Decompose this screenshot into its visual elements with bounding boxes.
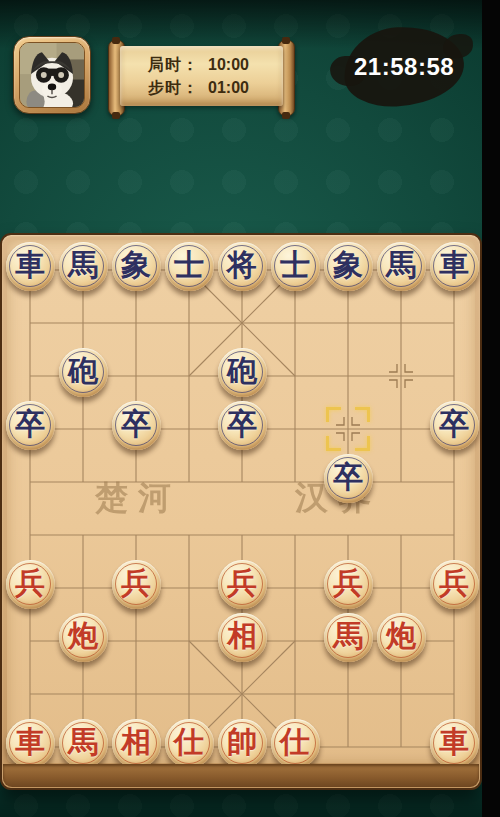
system-clock-text: 21:58:58 (354, 53, 454, 81)
piece-glyph: 兵 (439, 568, 469, 598)
piece-red-soldier[interactable]: 兵 (218, 560, 267, 609)
piece-glyph: 馬 (68, 727, 98, 757)
husky-avatar-image (19, 42, 85, 108)
piece-glyph: 車 (439, 250, 469, 280)
piece-black-horse[interactable]: 馬 (59, 242, 108, 291)
player-avatar[interactable] (13, 36, 91, 114)
piece-black-chariot[interactable]: 車 (430, 242, 479, 291)
piece-red-chariot[interactable]: 車 (6, 719, 55, 768)
piece-red-chariot[interactable]: 車 (430, 719, 479, 768)
piece-glyph: 卒 (439, 409, 469, 439)
piece-black-elephant[interactable]: 象 (324, 242, 373, 291)
piece-red-soldier[interactable]: 兵 (112, 560, 161, 609)
piece-glyph: 兵 (15, 568, 45, 598)
piece-red-advisor[interactable]: 仕 (271, 719, 320, 768)
piece-glyph: 車 (439, 727, 469, 757)
piece-black-horse[interactable]: 馬 (377, 242, 426, 291)
piece-black-soldier[interactable]: 卒 (6, 401, 55, 450)
piece-red-horse[interactable]: 馬 (324, 613, 373, 662)
piece-glyph: 相 (227, 621, 257, 651)
piece-red-elephant[interactable]: 相 (112, 719, 161, 768)
piece-glyph: 砲 (68, 356, 98, 386)
piece-black-advisor[interactable]: 士 (271, 242, 320, 291)
piece-red-soldier[interactable]: 兵 (324, 560, 373, 609)
timer-panel: 局时： 10:00 步时： 01:00 (120, 46, 283, 106)
piece-red-general[interactable]: 帥 (218, 719, 267, 768)
piece-red-horse[interactable]: 馬 (59, 719, 108, 768)
xiangqi-board[interactable]: 楚河 汉界 車馬象士将士象馬車砲砲卒卒卒卒卒兵兵兵兵兵炮相馬炮車馬相仕帥仕車 (0, 233, 482, 790)
piece-glyph: 馬 (68, 250, 98, 280)
move-time-label: 步时： (148, 78, 208, 98)
game-time-row: 局时： 10:00 (148, 55, 283, 75)
piece-glyph: 兵 (121, 568, 151, 598)
piece-black-advisor[interactable]: 士 (165, 242, 214, 291)
piece-glyph: 車 (15, 250, 45, 280)
piece-red-cannon[interactable]: 炮 (59, 613, 108, 662)
piece-black-soldier[interactable]: 卒 (430, 401, 479, 450)
board-field: 楚河 汉界 車馬象士将士象馬車砲砲卒卒卒卒卒兵兵兵兵兵炮相馬炮車馬相仕帥仕車 (7, 240, 475, 763)
piece-glyph: 象 (121, 250, 151, 280)
piece-black-soldier[interactable]: 卒 (218, 401, 267, 450)
move-time-row: 步时： 01:00 (148, 78, 283, 98)
piece-glyph: 卒 (15, 409, 45, 439)
piece-red-cannon[interactable]: 炮 (377, 613, 426, 662)
piece-glyph: 将 (227, 250, 257, 280)
piece-glyph: 仕 (280, 727, 310, 757)
piece-glyph: 兵 (227, 568, 257, 598)
piece-glyph: 士 (174, 250, 204, 280)
piece-glyph: 卒 (333, 462, 363, 492)
river-label-left: 楚河 (95, 476, 181, 521)
piece-glyph: 車 (15, 727, 45, 757)
piece-glyph: 炮 (386, 621, 416, 651)
piece-black-general[interactable]: 将 (218, 242, 267, 291)
piece-glyph: 炮 (68, 621, 98, 651)
piece-glyph: 馬 (333, 621, 363, 651)
piece-glyph: 卒 (227, 409, 257, 439)
piece-glyph: 相 (121, 727, 151, 757)
piece-black-soldier[interactable]: 卒 (112, 401, 161, 450)
piece-black-cannon[interactable]: 砲 (218, 348, 267, 397)
piece-glyph: 士 (280, 250, 310, 280)
piece-glyph: 卒 (121, 409, 151, 439)
move-time-value: 01:00 (208, 78, 249, 98)
piece-glyph: 兵 (333, 568, 363, 598)
piece-black-cannon[interactable]: 砲 (59, 348, 108, 397)
piece-glyph: 馬 (386, 250, 416, 280)
screen-letterbox-strip (482, 0, 500, 817)
piece-glyph: 砲 (227, 356, 257, 386)
timer-scroll-banner: 局时： 10:00 步时： 01:00 (108, 38, 295, 116)
piece-black-elephant[interactable]: 象 (112, 242, 161, 291)
piece-black-chariot[interactable]: 車 (6, 242, 55, 291)
piece-glyph: 帥 (227, 727, 257, 757)
app-root: 局时： 10:00 步时： 01:00 21:58:58 楚河 汉界 車馬象士将… (0, 0, 500, 817)
system-clock: 21:58:58 (342, 24, 466, 109)
game-time-label: 局时： (148, 55, 208, 75)
game-time-value: 10:00 (208, 55, 249, 75)
piece-red-soldier[interactable]: 兵 (430, 560, 479, 609)
piece-red-advisor[interactable]: 仕 (165, 719, 214, 768)
piece-red-soldier[interactable]: 兵 (6, 560, 55, 609)
piece-black-soldier[interactable]: 卒 (324, 454, 373, 503)
board-grid (7, 240, 479, 767)
piece-glyph: 仕 (174, 727, 204, 757)
piece-glyph: 象 (333, 250, 363, 280)
piece-red-elephant[interactable]: 相 (218, 613, 267, 662)
